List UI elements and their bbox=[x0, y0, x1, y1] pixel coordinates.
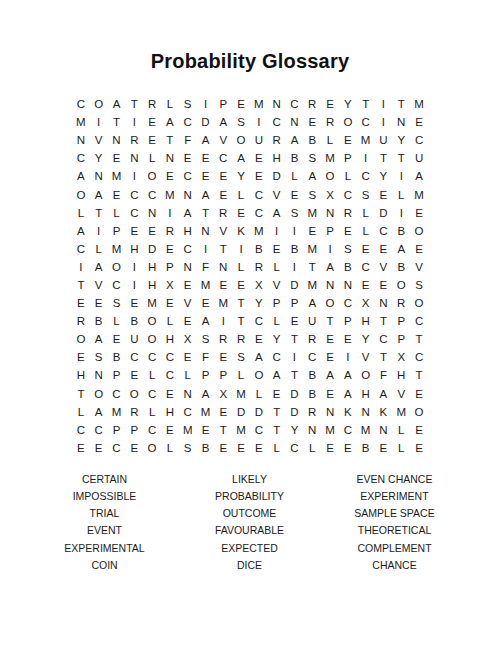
grid-cell-18-17: N bbox=[357, 403, 375, 421]
word-item: EXPERIMENT bbox=[322, 488, 467, 505]
grid-cell-11-8: M bbox=[197, 276, 215, 294]
grid-cell-3-17: M bbox=[357, 131, 375, 149]
grid-cell-13-3: L bbox=[108, 312, 126, 330]
grid-cell-20-4: E bbox=[125, 439, 143, 457]
grid-cell-3-14: B bbox=[303, 131, 321, 149]
grid-cell-13-16: P bbox=[339, 312, 357, 330]
grid-cell-10-11: R bbox=[250, 258, 268, 276]
grid-cell-1-18: I bbox=[375, 95, 393, 113]
grid-cell-1-10: E bbox=[232, 95, 250, 113]
grid-cell-14-1: O bbox=[72, 330, 90, 348]
grid-cell-20-5: O bbox=[143, 439, 161, 457]
grid-cell-9-11: B bbox=[250, 240, 268, 258]
grid-cell-7-4: C bbox=[125, 204, 143, 222]
grid-cell-14-15: E bbox=[321, 330, 339, 348]
grid-cell-10-9: N bbox=[214, 258, 232, 276]
grid-cell-20-3: C bbox=[108, 439, 126, 457]
grid-cell-18-9: E bbox=[214, 403, 232, 421]
grid-cell-17-6: E bbox=[161, 385, 179, 403]
grid-cell-9-12: E bbox=[268, 240, 286, 258]
grid-cell-11-17: E bbox=[357, 276, 375, 294]
grid-cell-18-10: D bbox=[232, 403, 250, 421]
grid-cell-6-9: E bbox=[214, 185, 232, 203]
grid-cell-10-14: T bbox=[303, 258, 321, 276]
grid-cell-18-14: R bbox=[303, 403, 321, 421]
grid-cell-5-1: A bbox=[72, 167, 90, 185]
grid-cell-20-19: L bbox=[392, 439, 410, 457]
grid-cell-20-15: E bbox=[321, 439, 339, 457]
grid-cell-12-7: V bbox=[179, 294, 197, 312]
grid-cell-1-4: T bbox=[125, 95, 143, 113]
grid-cell-5-9: E bbox=[214, 167, 232, 185]
grid-cell-7-18: D bbox=[375, 204, 393, 222]
grid-cell-6-15: X bbox=[321, 185, 339, 203]
grid-cell-15-12: C bbox=[268, 348, 286, 366]
grid-cell-12-17: X bbox=[357, 294, 375, 312]
grid-cell-8-13: I bbox=[286, 222, 304, 240]
grid-cell-7-2: T bbox=[90, 204, 108, 222]
grid-cell-4-15: M bbox=[321, 149, 339, 167]
grid-cell-5-12: D bbox=[268, 167, 286, 185]
grid-cell-3-5: E bbox=[143, 131, 161, 149]
grid-cell-2-13: N bbox=[286, 113, 304, 131]
grid-cell-5-13: L bbox=[286, 167, 304, 185]
grid-cell-13-7: E bbox=[179, 312, 197, 330]
grid-cell-13-1: R bbox=[72, 312, 90, 330]
grid-cell-17-17: H bbox=[357, 385, 375, 403]
grid-cell-8-18: C bbox=[375, 222, 393, 240]
grid-cell-19-16: C bbox=[339, 421, 357, 439]
grid-cell-16-10: L bbox=[232, 366, 250, 384]
grid-cell-12-14: A bbox=[303, 294, 321, 312]
puzzle-title: Probability Glossary bbox=[0, 50, 500, 73]
word-item: CERTAIN bbox=[32, 471, 177, 488]
puzzle-page: Probability Glossary COATRLSIPEMNCREYTIT… bbox=[0, 0, 500, 647]
grid-cell-6-1: O bbox=[72, 185, 90, 203]
grid-cell-13-18: T bbox=[375, 312, 393, 330]
grid-cell-12-19: R bbox=[392, 294, 410, 312]
grid-cell-5-19: I bbox=[392, 167, 410, 185]
grid-cell-1-13: C bbox=[286, 95, 304, 113]
grid-cell-9-14: M bbox=[303, 240, 321, 258]
grid-cell-17-12: E bbox=[268, 385, 286, 403]
grid-cell-18-16: K bbox=[339, 403, 357, 421]
grid-cell-16-19: H bbox=[392, 366, 410, 384]
grid-cell-3-6: T bbox=[161, 131, 179, 149]
grid-cell-8-7: H bbox=[179, 222, 197, 240]
grid-cell-12-8: E bbox=[197, 294, 215, 312]
grid-cell-6-2: A bbox=[90, 185, 108, 203]
grid-cell-19-6: E bbox=[161, 421, 179, 439]
grid-cell-14-3: E bbox=[108, 330, 126, 348]
grid-cell-20-9: E bbox=[214, 439, 232, 457]
grid-cell-17-13: D bbox=[286, 385, 304, 403]
grid-cell-12-4: E bbox=[125, 294, 143, 312]
grid-cell-15-10: S bbox=[232, 348, 250, 366]
grid-cell-19-11: C bbox=[250, 421, 268, 439]
grid-cell-2-1: M bbox=[72, 113, 90, 131]
grid-cell-6-14: S bbox=[303, 185, 321, 203]
word-list-column-3: EVEN CHANCEEXPERIMENTSAMPLE SPACETHEORET… bbox=[322, 471, 467, 575]
grid-cell-6-12: V bbox=[268, 185, 286, 203]
grid-cell-7-5: N bbox=[143, 204, 161, 222]
grid-cell-5-17: C bbox=[357, 167, 375, 185]
grid-cell-17-20: E bbox=[410, 385, 428, 403]
grid-cell-1-2: O bbox=[90, 95, 108, 113]
grid-cell-4-9: C bbox=[214, 149, 232, 167]
grid-cell-17-7: N bbox=[179, 385, 197, 403]
grid-cell-15-15: E bbox=[321, 348, 339, 366]
grid-cell-2-18: I bbox=[375, 113, 393, 131]
grid-cell-12-13: P bbox=[286, 294, 304, 312]
grid-cell-2-2: I bbox=[90, 113, 108, 131]
grid-cell-10-12: L bbox=[268, 258, 286, 276]
grid-cell-11-20: S bbox=[410, 276, 428, 294]
grid-cell-5-4: I bbox=[125, 167, 143, 185]
grid-cell-12-1: E bbox=[72, 294, 90, 312]
grid-cell-3-15: L bbox=[321, 131, 339, 149]
word-item: EVEN CHANCE bbox=[322, 471, 467, 488]
grid-cell-19-3: P bbox=[108, 421, 126, 439]
grid-cell-19-17: M bbox=[357, 421, 375, 439]
grid-cell-13-11: C bbox=[250, 312, 268, 330]
grid-cell-6-4: C bbox=[125, 185, 143, 203]
grid-cell-14-2: A bbox=[90, 330, 108, 348]
grid-cell-17-10: M bbox=[232, 385, 250, 403]
grid-cell-16-12: A bbox=[268, 366, 286, 384]
grid-cell-16-16: A bbox=[339, 366, 357, 384]
grid-cell-2-5: E bbox=[143, 113, 161, 131]
grid-cell-8-12: I bbox=[268, 222, 286, 240]
grid-cell-16-15: A bbox=[321, 366, 339, 384]
grid-cell-18-7: C bbox=[179, 403, 197, 421]
grid-cell-6-13: E bbox=[286, 185, 304, 203]
grid-cell-2-4: I bbox=[125, 113, 143, 131]
grid-cell-11-11: X bbox=[250, 276, 268, 294]
grid-cell-3-19: Y bbox=[392, 131, 410, 149]
grid-cell-1-19: T bbox=[392, 95, 410, 113]
grid-cell-18-6: H bbox=[161, 403, 179, 421]
grid-cell-16-20: T bbox=[410, 366, 428, 384]
grid-cell-8-2: I bbox=[90, 222, 108, 240]
grid-cell-14-19: P bbox=[392, 330, 410, 348]
grid-cell-7-19: I bbox=[392, 204, 410, 222]
grid-cell-3-20: C bbox=[410, 131, 428, 149]
grid-cell-7-20: E bbox=[410, 204, 428, 222]
grid-cell-12-16: C bbox=[339, 294, 357, 312]
grid-cell-3-3: N bbox=[108, 131, 126, 149]
grid-cell-6-6: M bbox=[161, 185, 179, 203]
grid-cell-9-5: D bbox=[143, 240, 161, 258]
grid-cell-2-14: E bbox=[303, 113, 321, 131]
grid-cell-14-20: T bbox=[410, 330, 428, 348]
grid-cell-19-2: C bbox=[90, 421, 108, 439]
grid-cell-4-20: U bbox=[410, 149, 428, 167]
grid-cell-5-20: A bbox=[410, 167, 428, 185]
grid-cell-3-10: O bbox=[232, 131, 250, 149]
grid-cell-11-19: O bbox=[392, 276, 410, 294]
grid-cell-19-5: C bbox=[143, 421, 161, 439]
grid-cell-16-6: C bbox=[161, 366, 179, 384]
grid-cell-12-18: N bbox=[375, 294, 393, 312]
word-item: COMPLEMENT bbox=[322, 540, 467, 557]
grid-cell-20-18: E bbox=[375, 439, 393, 457]
grid-cell-5-7: C bbox=[179, 167, 197, 185]
grid-cell-9-7: C bbox=[179, 240, 197, 258]
grid-cell-8-17: L bbox=[357, 222, 375, 240]
word-item: LIKELY bbox=[177, 471, 322, 488]
word-item: DICE bbox=[177, 557, 322, 574]
grid-cell-10-13: I bbox=[286, 258, 304, 276]
grid-cell-10-5: H bbox=[143, 258, 161, 276]
grid-cell-18-18: K bbox=[375, 403, 393, 421]
grid-cell-20-12: L bbox=[268, 439, 286, 457]
grid-cell-7-8: T bbox=[197, 204, 215, 222]
grid-cell-3-4: R bbox=[125, 131, 143, 149]
grid-cell-12-9: M bbox=[214, 294, 232, 312]
word-item: PROBABILITY bbox=[177, 488, 322, 505]
word-list-column-1: CERTAINIMPOSSIBLETRIALEVENTEXPERIMENTALC… bbox=[32, 471, 177, 575]
grid-cell-11-15: N bbox=[321, 276, 339, 294]
grid-cell-10-16: B bbox=[339, 258, 357, 276]
grid-cell-18-20: O bbox=[410, 403, 428, 421]
grid-cell-11-12: V bbox=[268, 276, 286, 294]
grid-cell-5-10: Y bbox=[232, 167, 250, 185]
grid-cell-14-6: H bbox=[161, 330, 179, 348]
grid-cell-10-3: O bbox=[108, 258, 126, 276]
grid-cell-17-9: X bbox=[214, 385, 232, 403]
grid-cell-16-2: N bbox=[90, 366, 108, 384]
word-list-column-2: LIKELYPROBABILITYOUTCOMEFAVOURABLEEXPECT… bbox=[177, 471, 322, 575]
grid-cell-3-9: V bbox=[214, 131, 232, 149]
grid-cell-15-18: T bbox=[375, 348, 393, 366]
grid-cell-13-13: E bbox=[286, 312, 304, 330]
grid-cell-13-8: A bbox=[197, 312, 215, 330]
grid-cell-10-4: I bbox=[125, 258, 143, 276]
grid-cell-3-12: R bbox=[268, 131, 286, 149]
grid-cell-9-1: C bbox=[72, 240, 90, 258]
grid-cell-1-5: R bbox=[143, 95, 161, 113]
grid-cell-17-14: B bbox=[303, 385, 321, 403]
grid-cell-12-15: O bbox=[321, 294, 339, 312]
grid-cell-15-8: F bbox=[197, 348, 215, 366]
grid-cell-4-3: E bbox=[108, 149, 126, 167]
grid-cell-2-8: D bbox=[197, 113, 215, 131]
grid-cell-9-15: I bbox=[321, 240, 339, 258]
grid-cell-17-4: O bbox=[125, 385, 143, 403]
grid-cell-11-7: E bbox=[179, 276, 197, 294]
grid-cell-9-20: E bbox=[410, 240, 428, 258]
grid-cell-18-1: L bbox=[72, 403, 90, 421]
grid-cell-4-13: B bbox=[286, 149, 304, 167]
grid-cell-9-13: B bbox=[286, 240, 304, 258]
word-item: EXPECTED bbox=[177, 540, 322, 557]
grid-cell-9-9: T bbox=[214, 240, 232, 258]
grid-cell-5-2: N bbox=[90, 167, 108, 185]
grid-cell-19-20: E bbox=[410, 421, 428, 439]
word-item: SAMPLE SPACE bbox=[322, 505, 467, 522]
grid-cell-7-15: N bbox=[321, 204, 339, 222]
grid-cell-11-16: N bbox=[339, 276, 357, 294]
grid-cell-5-18: Y bbox=[375, 167, 393, 185]
grid-cell-9-4: H bbox=[125, 240, 143, 258]
grid-cell-15-6: C bbox=[161, 348, 179, 366]
grid-cell-15-3: B bbox=[108, 348, 126, 366]
grid-cell-16-1: H bbox=[72, 366, 90, 384]
grid-cell-2-20: E bbox=[410, 113, 428, 131]
grid-cell-11-2: V bbox=[90, 276, 108, 294]
grid-cell-16-4: E bbox=[125, 366, 143, 384]
grid-cell-10-2: A bbox=[90, 258, 108, 276]
grid-cell-14-9: R bbox=[214, 330, 232, 348]
grid-cell-13-4: B bbox=[125, 312, 143, 330]
grid-cell-16-17: O bbox=[357, 366, 375, 384]
grid-cell-2-19: N bbox=[392, 113, 410, 131]
grid-cell-13-6: L bbox=[161, 312, 179, 330]
grid-cell-11-18: E bbox=[375, 276, 393, 294]
grid-cell-20-14: L bbox=[303, 439, 321, 457]
grid-cell-14-13: T bbox=[286, 330, 304, 348]
grid-cell-4-2: Y bbox=[90, 149, 108, 167]
grid-cell-13-5: O bbox=[143, 312, 161, 330]
grid-cell-9-19: A bbox=[392, 240, 410, 258]
grid-cell-4-10: A bbox=[232, 149, 250, 167]
grid-cell-2-16: O bbox=[339, 113, 357, 131]
grid-cell-16-14: B bbox=[303, 366, 321, 384]
grid-cell-20-8: B bbox=[197, 439, 215, 457]
grid-cell-7-11: C bbox=[250, 204, 268, 222]
grid-cell-5-5: O bbox=[143, 167, 161, 185]
grid-cell-1-7: S bbox=[179, 95, 197, 113]
grid-cell-10-8: F bbox=[197, 258, 215, 276]
grid-cell-20-1: E bbox=[72, 439, 90, 457]
grid-cell-12-6: E bbox=[161, 294, 179, 312]
grid-cell-9-18: E bbox=[375, 240, 393, 258]
grid-cell-12-12: P bbox=[268, 294, 286, 312]
grid-cell-8-14: E bbox=[303, 222, 321, 240]
grid-cell-9-17: E bbox=[357, 240, 375, 258]
grid-cell-3-8: A bbox=[197, 131, 215, 149]
grid-cell-2-7: C bbox=[179, 113, 197, 131]
grid-cell-17-3: C bbox=[108, 385, 126, 403]
grid-cell-10-10: L bbox=[232, 258, 250, 276]
grid-cell-15-16: I bbox=[339, 348, 357, 366]
grid-cell-9-3: M bbox=[108, 240, 126, 258]
grid-cell-9-2: L bbox=[90, 240, 108, 258]
grid-cell-7-14: M bbox=[303, 204, 321, 222]
grid-cell-8-4: E bbox=[125, 222, 143, 240]
grid-cell-5-8: E bbox=[197, 167, 215, 185]
grid-cell-15-11: A bbox=[250, 348, 268, 366]
grid-cell-12-11: Y bbox=[250, 294, 268, 312]
grid-cell-16-3: P bbox=[108, 366, 126, 384]
grid-cell-14-16: E bbox=[339, 330, 357, 348]
grid-cell-14-14: R bbox=[303, 330, 321, 348]
grid-cell-13-12: L bbox=[268, 312, 286, 330]
grid-cell-10-15: A bbox=[321, 258, 339, 276]
grid-cell-15-9: E bbox=[214, 348, 232, 366]
grid-cell-7-10: E bbox=[232, 204, 250, 222]
grid-cell-3-7: F bbox=[179, 131, 197, 149]
grid-cell-14-10: R bbox=[232, 330, 250, 348]
grid-cell-5-6: E bbox=[161, 167, 179, 185]
grid-cell-8-5: E bbox=[143, 222, 161, 240]
grid-cell-8-11: M bbox=[250, 222, 268, 240]
grid-cell-9-6: E bbox=[161, 240, 179, 258]
grid-cell-20-16: E bbox=[339, 439, 357, 457]
grid-cell-2-12: C bbox=[268, 113, 286, 131]
grid-cell-4-4: N bbox=[125, 149, 143, 167]
grid-cell-14-5: O bbox=[143, 330, 161, 348]
word-item: TRIAL bbox=[32, 505, 177, 522]
grid-cell-12-3: S bbox=[108, 294, 126, 312]
grid-cell-15-13: I bbox=[286, 348, 304, 366]
grid-cell-15-2: S bbox=[90, 348, 108, 366]
grid-cell-9-16: S bbox=[339, 240, 357, 258]
grid-cell-1-3: A bbox=[108, 95, 126, 113]
word-item: COIN bbox=[32, 557, 177, 574]
grid-cell-1-15: E bbox=[321, 95, 339, 113]
grid-cell-6-8: A bbox=[197, 185, 215, 203]
grid-cell-20-2: E bbox=[90, 439, 108, 457]
grid-cell-13-20: C bbox=[410, 312, 428, 330]
grid-cell-4-5: L bbox=[143, 149, 161, 167]
grid-cell-5-11: E bbox=[250, 167, 268, 185]
grid-cell-20-7: S bbox=[179, 439, 197, 457]
grid-cell-18-13: D bbox=[286, 403, 304, 421]
grid-cell-6-11: C bbox=[250, 185, 268, 203]
grid-cell-4-7: E bbox=[179, 149, 197, 167]
grid-cell-19-8: E bbox=[197, 421, 215, 439]
grid-cell-16-8: P bbox=[197, 366, 215, 384]
grid-cell-8-10: K bbox=[232, 222, 250, 240]
grid-cell-4-8: E bbox=[197, 149, 215, 167]
grid-cell-17-1: T bbox=[72, 385, 90, 403]
grid-cell-8-16: E bbox=[339, 222, 357, 240]
word-item: CHANCE bbox=[322, 557, 467, 574]
grid-cell-8-1: A bbox=[72, 222, 90, 240]
grid-cell-4-16: P bbox=[339, 149, 357, 167]
grid-cell-4-11: E bbox=[250, 149, 268, 167]
grid-cell-5-3: M bbox=[108, 167, 126, 185]
word-item: IMPOSSIBLE bbox=[32, 488, 177, 505]
word-search-grid: COATRLSIPEMNCREYTITMMITIEACDASICNEROCINE… bbox=[72, 95, 428, 457]
grid-cell-5-16: L bbox=[339, 167, 357, 185]
grid-cell-19-13: Y bbox=[286, 421, 304, 439]
grid-cell-2-10: S bbox=[232, 113, 250, 131]
grid-cell-2-3: T bbox=[108, 113, 126, 131]
grid-cell-6-10: L bbox=[232, 185, 250, 203]
word-item: EXPERIMENTAL bbox=[32, 540, 177, 557]
grid-cell-7-9: R bbox=[214, 204, 232, 222]
grid-cell-17-19: V bbox=[392, 385, 410, 403]
grid-cell-17-15: E bbox=[321, 385, 339, 403]
grid-cell-6-17: S bbox=[357, 185, 375, 203]
grid-cell-19-10: M bbox=[232, 421, 250, 439]
grid-cell-14-7: X bbox=[179, 330, 197, 348]
grid-cell-4-18: T bbox=[375, 149, 393, 167]
grid-cell-1-14: R bbox=[303, 95, 321, 113]
grid-cell-16-11: O bbox=[250, 366, 268, 384]
grid-cell-18-5: L bbox=[143, 403, 161, 421]
grid-cell-17-8: A bbox=[197, 385, 215, 403]
grid-cell-17-16: A bbox=[339, 385, 357, 403]
grid-cell-5-15: O bbox=[321, 167, 339, 185]
grid-cell-17-2: O bbox=[90, 385, 108, 403]
grid-cell-3-11: U bbox=[250, 131, 268, 149]
grid-cell-16-13: T bbox=[286, 366, 304, 384]
grid-cell-9-10: I bbox=[232, 240, 250, 258]
